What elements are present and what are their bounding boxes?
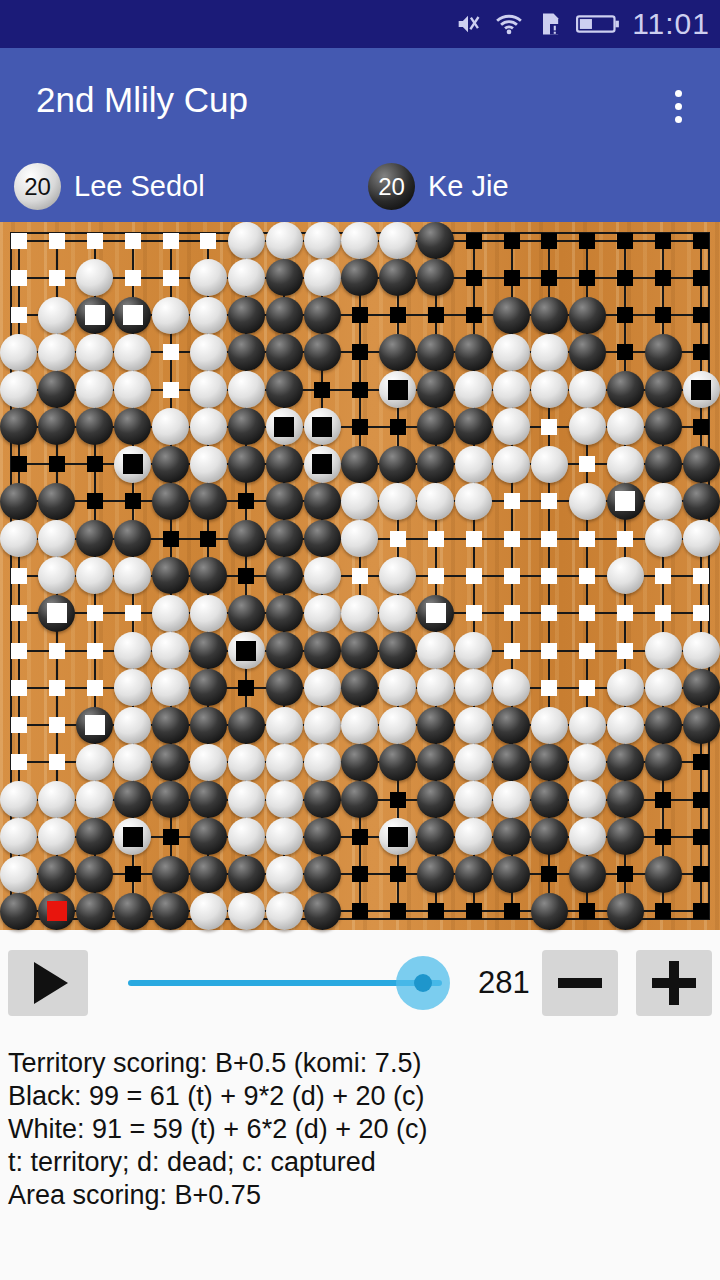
intersection[interactable] (38, 557, 76, 594)
intersection[interactable] (493, 408, 531, 445)
intersection[interactable] (341, 446, 379, 483)
intersection[interactable] (114, 893, 152, 930)
intersection[interactable] (644, 669, 682, 706)
intersection[interactable] (341, 744, 379, 781)
intersection[interactable] (189, 557, 227, 594)
intersection[interactable] (152, 744, 190, 781)
intersection[interactable] (265, 669, 303, 706)
intersection[interactable] (682, 557, 720, 594)
intersection[interactable] (568, 818, 606, 855)
intersection[interactable] (341, 334, 379, 371)
intersection[interactable] (114, 595, 152, 632)
intersection[interactable] (493, 557, 531, 594)
intersection[interactable] (152, 222, 190, 259)
intersection[interactable] (606, 706, 644, 743)
intersection[interactable] (38, 334, 76, 371)
intersection[interactable] (682, 595, 720, 632)
intersection[interactable] (76, 222, 114, 259)
intersection[interactable] (682, 371, 720, 408)
intersection[interactable] (455, 893, 493, 930)
intersection[interactable] (493, 222, 531, 259)
intersection[interactable] (531, 259, 569, 296)
intersection[interactable] (227, 632, 265, 669)
next-move-button[interactable] (636, 950, 712, 1016)
intersection[interactable] (152, 520, 190, 557)
intersection[interactable] (568, 222, 606, 259)
intersection[interactable] (152, 334, 190, 371)
intersection[interactable] (493, 744, 531, 781)
intersection[interactable] (227, 818, 265, 855)
intersection[interactable] (379, 818, 417, 855)
intersection[interactable] (493, 446, 531, 483)
intersection[interactable] (303, 893, 341, 930)
intersection[interactable] (0, 446, 38, 483)
intersection[interactable] (682, 297, 720, 334)
intersection[interactable] (152, 446, 190, 483)
intersection[interactable] (682, 781, 720, 818)
intersection[interactable] (76, 818, 114, 855)
intersection[interactable] (76, 855, 114, 892)
intersection[interactable] (114, 334, 152, 371)
intersection[interactable] (227, 222, 265, 259)
intersection[interactable] (455, 781, 493, 818)
intersection[interactable] (606, 520, 644, 557)
intersection[interactable] (455, 669, 493, 706)
intersection[interactable] (341, 371, 379, 408)
intersection[interactable] (568, 855, 606, 892)
intersection[interactable] (379, 222, 417, 259)
intersection[interactable] (379, 855, 417, 892)
intersection[interactable] (114, 297, 152, 334)
intersection[interactable] (0, 259, 38, 296)
intersection[interactable] (644, 744, 682, 781)
intersection[interactable] (341, 818, 379, 855)
intersection[interactable] (606, 334, 644, 371)
go-board[interactable] (0, 222, 720, 930)
intersection[interactable] (341, 893, 379, 930)
intersection[interactable] (606, 744, 644, 781)
intersection[interactable] (265, 893, 303, 930)
intersection[interactable] (265, 446, 303, 483)
overflow-menu-icon[interactable] (658, 84, 698, 128)
previous-move-button[interactable] (542, 950, 618, 1016)
intersection[interactable] (568, 669, 606, 706)
intersection[interactable] (455, 557, 493, 594)
intersection[interactable] (644, 520, 682, 557)
intersection[interactable] (0, 297, 38, 334)
intersection[interactable] (644, 557, 682, 594)
intersection[interactable] (644, 818, 682, 855)
intersection[interactable] (606, 371, 644, 408)
intersection[interactable] (227, 706, 265, 743)
intersection[interactable] (606, 446, 644, 483)
intersection[interactable] (417, 818, 455, 855)
intersection[interactable] (38, 483, 76, 520)
intersection[interactable] (417, 371, 455, 408)
intersection[interactable] (76, 632, 114, 669)
intersection[interactable] (189, 408, 227, 445)
intersection[interactable] (76, 371, 114, 408)
intersection[interactable] (531, 855, 569, 892)
intersection[interactable] (303, 297, 341, 334)
intersection[interactable] (455, 334, 493, 371)
intersection[interactable] (76, 408, 114, 445)
intersection[interactable] (114, 557, 152, 594)
slider-thumb[interactable] (396, 956, 450, 1010)
intersection[interactable] (644, 408, 682, 445)
intersection[interactable] (265, 855, 303, 892)
intersection[interactable] (493, 483, 531, 520)
intersection[interactable] (568, 408, 606, 445)
intersection[interactable] (152, 259, 190, 296)
intersection[interactable] (227, 446, 265, 483)
intersection[interactable] (152, 893, 190, 930)
intersection[interactable] (682, 259, 720, 296)
intersection[interactable] (227, 669, 265, 706)
intersection[interactable] (644, 706, 682, 743)
intersection[interactable] (682, 744, 720, 781)
intersection[interactable] (0, 483, 38, 520)
intersection[interactable] (227, 483, 265, 520)
intersection[interactable] (341, 483, 379, 520)
intersection[interactable] (644, 893, 682, 930)
intersection[interactable] (152, 371, 190, 408)
intersection[interactable] (38, 893, 76, 930)
intersection[interactable] (152, 706, 190, 743)
intersection[interactable] (455, 408, 493, 445)
intersection[interactable] (38, 818, 76, 855)
intersection[interactable] (189, 334, 227, 371)
intersection[interactable] (189, 222, 227, 259)
intersection[interactable] (227, 781, 265, 818)
intersection[interactable] (682, 483, 720, 520)
intersection[interactable] (76, 557, 114, 594)
intersection[interactable] (303, 632, 341, 669)
intersection[interactable] (644, 446, 682, 483)
intersection[interactable] (531, 781, 569, 818)
intersection[interactable] (682, 632, 720, 669)
intersection[interactable] (455, 595, 493, 632)
intersection[interactable] (38, 855, 76, 892)
intersection[interactable] (0, 520, 38, 557)
intersection[interactable] (606, 781, 644, 818)
intersection[interactable] (303, 408, 341, 445)
intersection[interactable] (644, 222, 682, 259)
intersection[interactable] (606, 222, 644, 259)
intersection[interactable] (76, 744, 114, 781)
intersection[interactable] (303, 595, 341, 632)
intersection[interactable] (227, 408, 265, 445)
intersection[interactable] (644, 483, 682, 520)
intersection[interactable] (531, 334, 569, 371)
intersection[interactable] (303, 371, 341, 408)
intersection[interactable] (265, 483, 303, 520)
intersection[interactable] (114, 520, 152, 557)
intersection[interactable] (76, 483, 114, 520)
intersection[interactable] (265, 632, 303, 669)
intersection[interactable] (568, 893, 606, 930)
intersection[interactable] (682, 669, 720, 706)
intersection[interactable] (379, 446, 417, 483)
intersection[interactable] (76, 520, 114, 557)
intersection[interactable] (568, 259, 606, 296)
intersection[interactable] (493, 669, 531, 706)
intersection[interactable] (114, 669, 152, 706)
intersection[interactable] (341, 557, 379, 594)
intersection[interactable] (379, 520, 417, 557)
intersection[interactable] (455, 744, 493, 781)
intersection[interactable] (379, 744, 417, 781)
intersection[interactable] (644, 334, 682, 371)
intersection[interactable] (189, 706, 227, 743)
intersection[interactable] (606, 632, 644, 669)
intersection[interactable] (417, 446, 455, 483)
intersection[interactable] (531, 669, 569, 706)
intersection[interactable] (114, 855, 152, 892)
intersection[interactable] (455, 520, 493, 557)
intersection[interactable] (606, 483, 644, 520)
intersection[interactable] (341, 520, 379, 557)
intersection[interactable] (644, 855, 682, 892)
intersection[interactable] (379, 632, 417, 669)
intersection[interactable] (493, 595, 531, 632)
intersection[interactable] (265, 259, 303, 296)
intersection[interactable] (152, 855, 190, 892)
intersection[interactable] (38, 781, 76, 818)
intersection[interactable] (606, 893, 644, 930)
intersection[interactable] (379, 371, 417, 408)
intersection[interactable] (379, 669, 417, 706)
intersection[interactable] (114, 818, 152, 855)
intersection[interactable] (114, 408, 152, 445)
intersection[interactable] (341, 669, 379, 706)
intersection[interactable] (189, 893, 227, 930)
intersection[interactable] (606, 297, 644, 334)
intersection[interactable] (531, 893, 569, 930)
intersection[interactable] (38, 520, 76, 557)
intersection[interactable] (152, 297, 190, 334)
intersection[interactable] (568, 483, 606, 520)
intersection[interactable] (379, 706, 417, 743)
intersection[interactable] (265, 408, 303, 445)
intersection[interactable] (379, 595, 417, 632)
intersection[interactable] (76, 446, 114, 483)
intersection[interactable] (379, 297, 417, 334)
intersection[interactable] (38, 744, 76, 781)
intersection[interactable] (531, 483, 569, 520)
intersection[interactable] (303, 520, 341, 557)
intersection[interactable] (417, 855, 455, 892)
intersection[interactable] (417, 408, 455, 445)
intersection[interactable] (227, 595, 265, 632)
intersection[interactable] (455, 259, 493, 296)
intersection[interactable] (0, 334, 38, 371)
move-slider[interactable] (122, 950, 468, 1016)
intersection[interactable] (0, 557, 38, 594)
intersection[interactable] (417, 706, 455, 743)
intersection[interactable] (189, 781, 227, 818)
intersection[interactable] (531, 222, 569, 259)
intersection[interactable] (303, 557, 341, 594)
intersection[interactable] (531, 446, 569, 483)
intersection[interactable] (455, 446, 493, 483)
intersection[interactable] (644, 632, 682, 669)
intersection[interactable] (76, 297, 114, 334)
intersection[interactable] (682, 408, 720, 445)
intersection[interactable] (531, 520, 569, 557)
intersection[interactable] (341, 781, 379, 818)
intersection[interactable] (417, 595, 455, 632)
intersection[interactable] (152, 595, 190, 632)
intersection[interactable] (114, 222, 152, 259)
intersection[interactable] (152, 781, 190, 818)
intersection[interactable] (531, 371, 569, 408)
intersection[interactable] (644, 371, 682, 408)
intersection[interactable] (189, 855, 227, 892)
intersection[interactable] (189, 669, 227, 706)
intersection[interactable] (0, 222, 38, 259)
intersection[interactable] (531, 595, 569, 632)
intersection[interactable] (341, 222, 379, 259)
intersection[interactable] (682, 893, 720, 930)
intersection[interactable] (114, 706, 152, 743)
intersection[interactable] (152, 818, 190, 855)
intersection[interactable] (114, 781, 152, 818)
intersection[interactable] (303, 744, 341, 781)
intersection[interactable] (189, 744, 227, 781)
intersection[interactable] (455, 297, 493, 334)
intersection[interactable] (0, 744, 38, 781)
intersection[interactable] (493, 334, 531, 371)
intersection[interactable] (493, 520, 531, 557)
intersection[interactable] (568, 371, 606, 408)
intersection[interactable] (417, 222, 455, 259)
intersection[interactable] (341, 259, 379, 296)
intersection[interactable] (531, 818, 569, 855)
intersection[interactable] (644, 297, 682, 334)
intersection[interactable] (568, 557, 606, 594)
intersection[interactable] (493, 297, 531, 334)
intersection[interactable] (227, 893, 265, 930)
intersection[interactable] (38, 595, 76, 632)
intersection[interactable] (189, 446, 227, 483)
intersection[interactable] (265, 520, 303, 557)
intersection[interactable] (417, 632, 455, 669)
intersection[interactable] (568, 595, 606, 632)
intersection[interactable] (38, 222, 76, 259)
intersection[interactable] (0, 632, 38, 669)
intersection[interactable] (0, 706, 38, 743)
intersection[interactable] (303, 669, 341, 706)
intersection[interactable] (606, 259, 644, 296)
intersection[interactable] (152, 483, 190, 520)
intersection[interactable] (76, 259, 114, 296)
intersection[interactable] (455, 632, 493, 669)
intersection[interactable] (265, 557, 303, 594)
intersection[interactable] (0, 893, 38, 930)
intersection[interactable] (0, 595, 38, 632)
intersection[interactable] (531, 744, 569, 781)
intersection[interactable] (379, 408, 417, 445)
intersection[interactable] (38, 259, 76, 296)
intersection[interactable] (76, 334, 114, 371)
intersection[interactable] (227, 334, 265, 371)
intersection[interactable] (227, 855, 265, 892)
intersection[interactable] (38, 446, 76, 483)
intersection[interactable] (114, 371, 152, 408)
intersection[interactable] (493, 818, 531, 855)
intersection[interactable] (644, 595, 682, 632)
intersection[interactable] (0, 818, 38, 855)
intersection[interactable] (341, 595, 379, 632)
intersection[interactable] (417, 744, 455, 781)
intersection[interactable] (417, 259, 455, 296)
intersection[interactable] (265, 334, 303, 371)
intersection[interactable] (493, 855, 531, 892)
intersection[interactable] (379, 334, 417, 371)
intersection[interactable] (417, 557, 455, 594)
play-button[interactable] (8, 950, 88, 1016)
intersection[interactable] (493, 781, 531, 818)
intersection[interactable] (531, 408, 569, 445)
intersection[interactable] (606, 595, 644, 632)
intersection[interactable] (189, 818, 227, 855)
intersection[interactable] (568, 744, 606, 781)
intersection[interactable] (379, 259, 417, 296)
intersection[interactable] (455, 706, 493, 743)
intersection[interactable] (38, 371, 76, 408)
intersection[interactable] (682, 520, 720, 557)
intersection[interactable] (303, 222, 341, 259)
intersection[interactable] (76, 669, 114, 706)
intersection[interactable] (303, 259, 341, 296)
intersection[interactable] (189, 483, 227, 520)
intersection[interactable] (531, 297, 569, 334)
intersection[interactable] (417, 483, 455, 520)
intersection[interactable] (152, 632, 190, 669)
intersection[interactable] (568, 706, 606, 743)
intersection[interactable] (189, 520, 227, 557)
intersection[interactable] (682, 334, 720, 371)
intersection[interactable] (493, 632, 531, 669)
intersection[interactable] (341, 706, 379, 743)
intersection[interactable] (38, 669, 76, 706)
intersection[interactable] (417, 297, 455, 334)
intersection[interactable] (455, 855, 493, 892)
intersection[interactable] (189, 371, 227, 408)
intersection[interactable] (682, 706, 720, 743)
intersection[interactable] (493, 893, 531, 930)
intersection[interactable] (265, 744, 303, 781)
intersection[interactable] (606, 557, 644, 594)
intersection[interactable] (341, 408, 379, 445)
intersection[interactable] (114, 446, 152, 483)
intersection[interactable] (606, 408, 644, 445)
intersection[interactable] (303, 483, 341, 520)
intersection[interactable] (303, 855, 341, 892)
intersection[interactable] (493, 371, 531, 408)
intersection[interactable] (38, 706, 76, 743)
intersection[interactable] (38, 297, 76, 334)
intersection[interactable] (341, 855, 379, 892)
intersection[interactable] (568, 334, 606, 371)
intersection[interactable] (227, 520, 265, 557)
intersection[interactable] (0, 669, 38, 706)
intersection[interactable] (341, 632, 379, 669)
intersection[interactable] (417, 781, 455, 818)
intersection[interactable] (531, 557, 569, 594)
intersection[interactable] (568, 632, 606, 669)
